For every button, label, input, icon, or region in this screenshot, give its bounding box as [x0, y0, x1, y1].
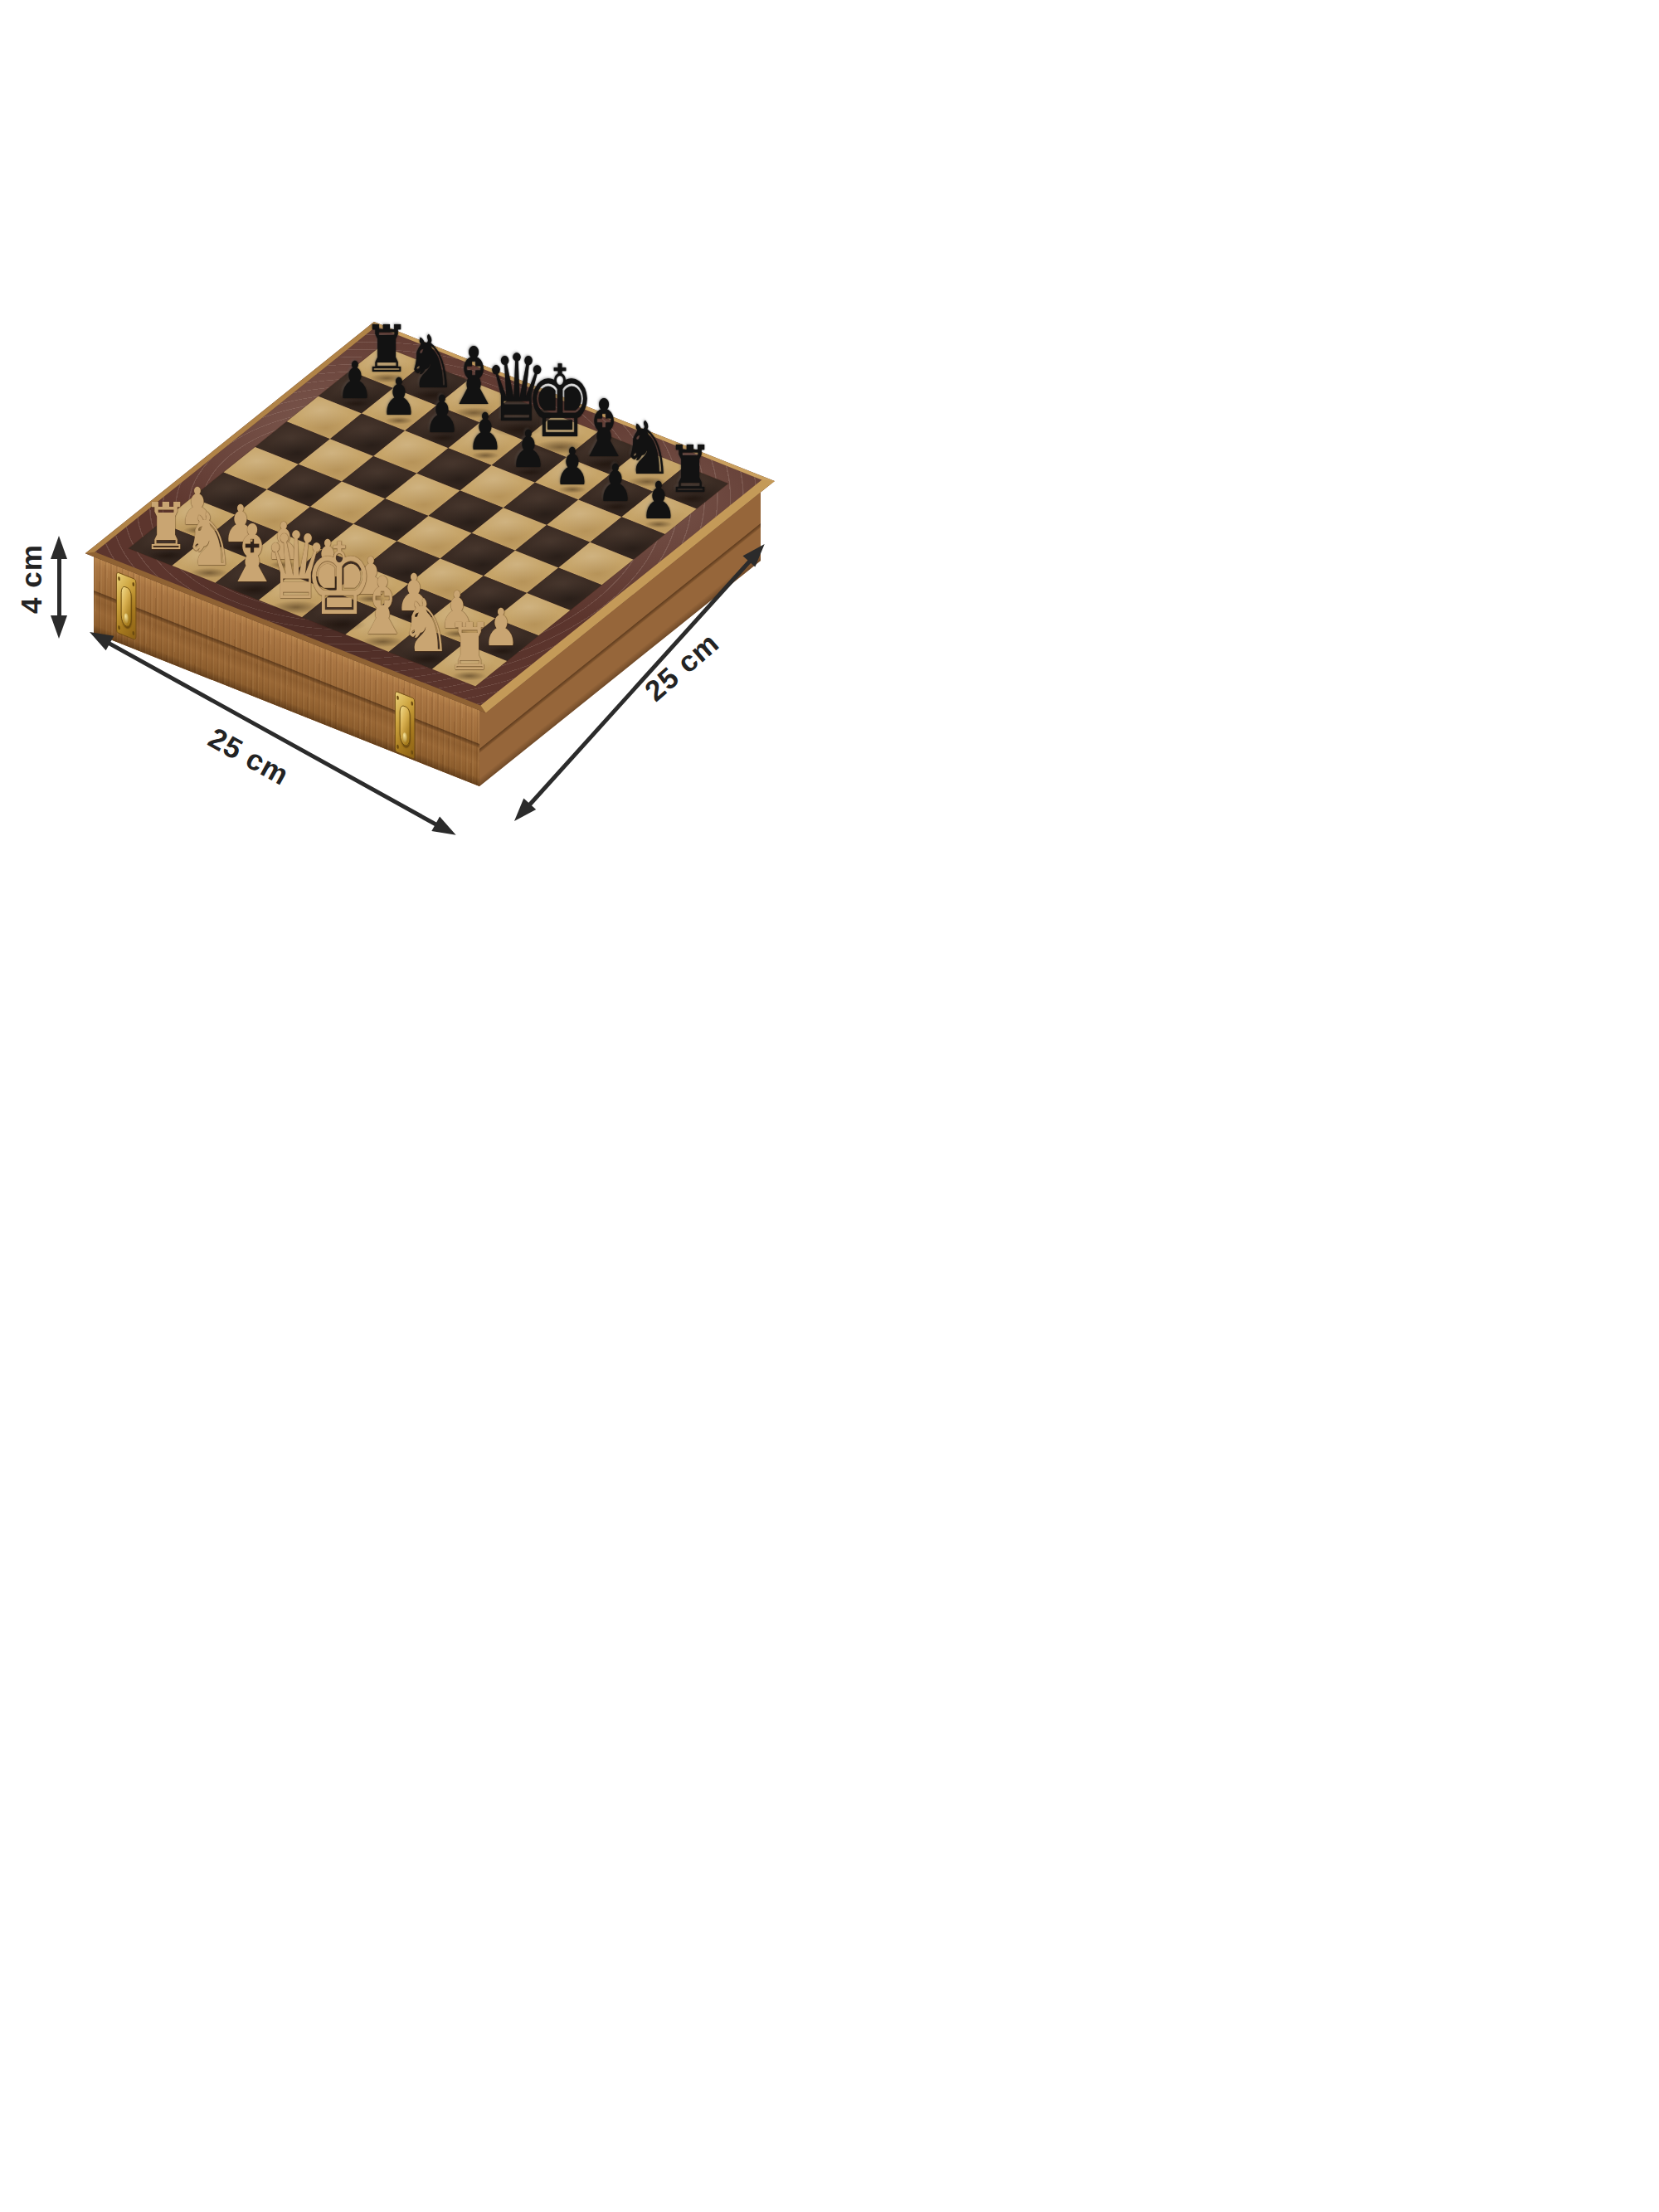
clasp-screw: [411, 701, 413, 706]
clasp-screw: [397, 695, 399, 700]
clasp-screw: [133, 631, 135, 636]
brass-clasp-left: [116, 571, 136, 641]
height-dimension-label: 4 cm: [15, 544, 48, 614]
brass-clasp-center: [395, 690, 415, 760]
arrow-down-icon: [51, 615, 67, 639]
product-photo-chess-box: ♜♞♟♝♟♛♟♚♟♝♟♞♟♜♟♟♟♟♜♟♞♟♝♟♛♟♚♟♝♟♞♜ 4 cm 25…: [0, 0, 829, 1106]
clasp-screw: [133, 582, 135, 587]
clasp-screw: [118, 576, 120, 581]
clasp-screw: [118, 625, 120, 630]
clasp-screw: [411, 750, 413, 755]
front-width-dimension-label: 25 cm: [203, 721, 295, 792]
arrow-shaft: [57, 556, 61, 615]
arrow-right-icon: [431, 817, 460, 843]
clasp-screw: [397, 744, 399, 749]
